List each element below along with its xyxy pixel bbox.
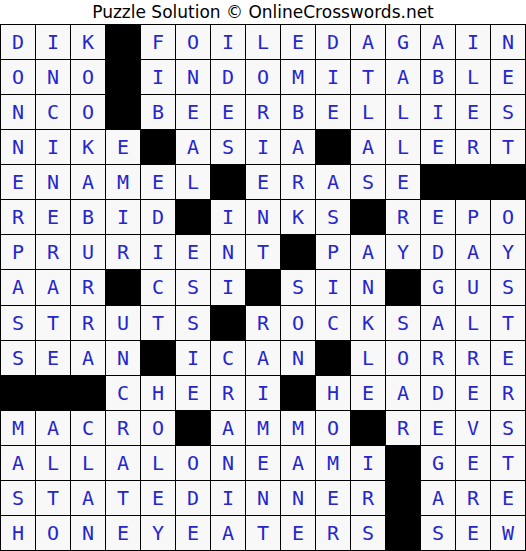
letter-cell-r8c6: S	[176, 270, 210, 304]
letter-cell-r13c2: L	[36, 446, 70, 480]
letter-cell-r5c2: N	[36, 165, 70, 199]
letter-cell-r4c3: K	[71, 130, 105, 164]
letter-cell-r12c3: C	[71, 411, 105, 445]
crossword-grid: DIKFOILEDAGAINONOINDOMITABLENCOBEERBELLI…	[0, 24, 526, 551]
letter-cell-r3c5: B	[141, 95, 175, 129]
letter-cell-r15c9: E	[281, 516, 315, 550]
black-cell-r11c3	[71, 376, 105, 410]
letter-cell-r1c2: I	[36, 25, 70, 59]
letter-cell-r7c15: Y	[491, 235, 525, 269]
letter-cell-r10c7: C	[211, 341, 245, 375]
black-cell-r7c9	[281, 235, 315, 269]
letter-cell-r4c13: E	[421, 130, 455, 164]
letter-cell-r1c5: F	[141, 25, 175, 59]
letter-cell-r5c3: A	[71, 165, 105, 199]
letter-cell-r8c5: C	[141, 270, 175, 304]
letter-cell-r15c8: T	[246, 516, 280, 550]
letter-cell-r13c6: O	[176, 446, 210, 480]
letter-cell-r7c8: T	[246, 235, 280, 269]
puzzle-solution-page: Puzzle Solution © OnlineCrosswords.net D…	[0, 0, 526, 551]
letter-cell-r13c11: I	[351, 446, 385, 480]
letter-cell-r9c15: T	[491, 306, 525, 340]
letter-cell-r3c15: S	[491, 95, 525, 129]
black-cell-r10c10	[316, 341, 350, 375]
letter-cell-r6c12: R	[386, 200, 420, 234]
letter-cell-r14c5: E	[141, 481, 175, 515]
letter-cell-r7c11: A	[351, 235, 385, 269]
letter-cell-r4c11: A	[351, 130, 385, 164]
letter-cell-r15c13: S	[421, 516, 455, 550]
letter-cell-r8c14: U	[456, 270, 490, 304]
letter-cell-r9c12: S	[386, 306, 420, 340]
letter-cell-r14c10: E	[316, 481, 350, 515]
letter-cell-r12c15: S	[491, 411, 525, 445]
letter-cell-r4c1: N	[1, 130, 35, 164]
letter-cell-r13c10: M	[316, 446, 350, 480]
letter-cell-r8c10: I	[316, 270, 350, 304]
letter-cell-r12c13: E	[421, 411, 455, 445]
letter-cell-r11c5: H	[141, 376, 175, 410]
letter-cell-r7c5: I	[141, 235, 175, 269]
letter-cell-r2c7: D	[211, 60, 245, 94]
letter-cell-r13c9: A	[281, 446, 315, 480]
letter-cell-r12c1: M	[1, 411, 35, 445]
letter-cell-r11c8: I	[246, 376, 280, 410]
letter-cell-r7c2: R	[36, 235, 70, 269]
letter-cell-r2c2: N	[36, 60, 70, 94]
letter-cell-r10c3: A	[71, 341, 105, 375]
letter-cell-r3c14: E	[456, 95, 490, 129]
letter-cell-r10c12: O	[386, 341, 420, 375]
letter-cell-r5c11: S	[351, 165, 385, 199]
letter-cell-r4c4: E	[106, 130, 140, 164]
letter-cell-r5c8: E	[246, 165, 280, 199]
letter-cell-r1c6: O	[176, 25, 210, 59]
letter-cell-r4c8: I	[246, 130, 280, 164]
letter-cell-r10c8: A	[246, 341, 280, 375]
letter-cell-r1c14: I	[456, 25, 490, 59]
letter-cell-r6c1: R	[1, 200, 35, 234]
black-cell-r15c12	[386, 516, 420, 550]
letter-cell-r6c4: I	[106, 200, 140, 234]
letter-cell-r7c7: N	[211, 235, 245, 269]
letter-cell-r9c8: R	[246, 306, 280, 340]
letter-cell-r11c10: H	[316, 376, 350, 410]
letter-cell-r6c3: B	[71, 200, 105, 234]
letter-cell-r14c9: N	[281, 481, 315, 515]
letter-cell-r1c8: L	[246, 25, 280, 59]
black-cell-r4c10	[316, 130, 350, 164]
letter-cell-r12c4: R	[106, 411, 140, 445]
letter-cell-r4c14: R	[456, 130, 490, 164]
letter-cell-r9c14: L	[456, 306, 490, 340]
black-cell-r11c2	[36, 376, 70, 410]
letter-cell-r6c2: E	[36, 200, 70, 234]
letter-cell-r2c10: I	[316, 60, 350, 94]
letter-cell-r7c14: A	[456, 235, 490, 269]
letter-cell-r15c10: R	[316, 516, 350, 550]
letter-cell-r6c13: E	[421, 200, 455, 234]
letter-cell-r12c8: M	[246, 411, 280, 445]
letter-cell-r3c8: R	[246, 95, 280, 129]
letter-cell-r10c1: S	[1, 341, 35, 375]
black-cell-r8c4	[106, 270, 140, 304]
letter-cell-r7c10: P	[316, 235, 350, 269]
letter-cell-r7c12: Y	[386, 235, 420, 269]
black-cell-r14c12	[386, 481, 420, 515]
letter-cell-r12c5: O	[141, 411, 175, 445]
black-cell-r12c11	[351, 411, 385, 445]
letter-cell-r6c5: D	[141, 200, 175, 234]
letter-cell-r8c2: A	[36, 270, 70, 304]
letter-cell-r13c15: T	[491, 446, 525, 480]
letter-cell-r12c14: V	[456, 411, 490, 445]
letter-cell-r14c6: D	[176, 481, 210, 515]
letter-cell-r14c14: R	[456, 481, 490, 515]
letter-cell-r15c14: E	[456, 516, 490, 550]
letter-cell-r1c9: E	[281, 25, 315, 59]
letter-cell-r7c1: P	[1, 235, 35, 269]
letter-cell-r15c3: N	[71, 516, 105, 550]
letter-cell-r12c9: M	[281, 411, 315, 445]
black-cell-r5c13	[421, 165, 455, 199]
letter-cell-r2c8: O	[246, 60, 280, 94]
letter-cell-r3c7: E	[211, 95, 245, 129]
letter-cell-r10c11: L	[351, 341, 385, 375]
letter-cell-r15c4: E	[106, 516, 140, 550]
letter-cell-r1c15: N	[491, 25, 525, 59]
letter-cell-r5c12: E	[386, 165, 420, 199]
black-cell-r12c6	[176, 411, 210, 445]
letter-cell-r9c9: O	[281, 306, 315, 340]
black-cell-r5c7	[211, 165, 245, 199]
letter-cell-r7c3: U	[71, 235, 105, 269]
letter-cell-r2c6: N	[176, 60, 210, 94]
letter-cell-r10c13: R	[421, 341, 455, 375]
letter-cell-r11c15: R	[491, 376, 525, 410]
letter-cell-r15c5: Y	[141, 516, 175, 550]
letter-cell-r13c3: L	[71, 446, 105, 480]
letter-cell-r9c4: U	[106, 306, 140, 340]
letter-cell-r9c13: A	[421, 306, 455, 340]
black-cell-r8c8	[246, 270, 280, 304]
letter-cell-r1c10: D	[316, 25, 350, 59]
black-cell-r6c6	[176, 200, 210, 234]
letter-cell-r6c14: P	[456, 200, 490, 234]
letter-cell-r4c12: L	[386, 130, 420, 164]
letter-cell-r6c15: O	[491, 200, 525, 234]
black-cell-r5c15	[491, 165, 525, 199]
black-cell-r11c9	[281, 376, 315, 410]
black-cell-r8c12	[386, 270, 420, 304]
letter-cell-r13c8: E	[246, 446, 280, 480]
black-cell-r4c5	[141, 130, 175, 164]
letter-cell-r15c7: A	[211, 516, 245, 550]
letter-cell-r10c2: E	[36, 341, 70, 375]
letter-cell-r5c10: A	[316, 165, 350, 199]
letter-cell-r12c10: O	[316, 411, 350, 445]
letter-cell-r9c11: K	[351, 306, 385, 340]
letter-cell-r8c7: I	[211, 270, 245, 304]
letter-cell-r12c2: A	[36, 411, 70, 445]
letter-cell-r6c10: S	[316, 200, 350, 234]
letter-cell-r2c11: T	[351, 60, 385, 94]
letter-cell-r4c9: A	[281, 130, 315, 164]
letter-cell-r14c2: T	[36, 481, 70, 515]
black-cell-r5c14	[456, 165, 490, 199]
letter-cell-r10c14: R	[456, 341, 490, 375]
letter-cell-r9c6: S	[176, 306, 210, 340]
letter-cell-r9c1: S	[1, 306, 35, 340]
letter-cell-r14c1: S	[1, 481, 35, 515]
black-cell-r13c12	[386, 446, 420, 480]
letter-cell-r3c6: E	[176, 95, 210, 129]
black-cell-r9c7	[211, 306, 245, 340]
letter-cell-r1c7: I	[211, 25, 245, 59]
letter-cell-r2c5: I	[141, 60, 175, 94]
letter-cell-r10c9: N	[281, 341, 315, 375]
letter-cell-r9c2: T	[36, 306, 70, 340]
letter-cell-r15c15: W	[491, 516, 525, 550]
letter-cell-r1c13: A	[421, 25, 455, 59]
letter-cell-r3c13: I	[421, 95, 455, 129]
letter-cell-r14c4: T	[106, 481, 140, 515]
letter-cell-r7c6: E	[176, 235, 210, 269]
letter-cell-r7c4: R	[106, 235, 140, 269]
letter-cell-r11c7: R	[211, 376, 245, 410]
letter-cell-r6c7: I	[211, 200, 245, 234]
letter-cell-r9c5: T	[141, 306, 175, 340]
letter-cell-r5c6: L	[176, 165, 210, 199]
letter-cell-r6c9: K	[281, 200, 315, 234]
letter-cell-r3c11: L	[351, 95, 385, 129]
letter-cell-r1c12: G	[386, 25, 420, 59]
letter-cell-r1c1: D	[1, 25, 35, 59]
letter-cell-r13c4: A	[106, 446, 140, 480]
letter-cell-r3c9: B	[281, 95, 315, 129]
letter-cell-r14c8: N	[246, 481, 280, 515]
letter-cell-r9c10: C	[316, 306, 350, 340]
letter-cell-r7c13: D	[421, 235, 455, 269]
letter-cell-r3c2: C	[36, 95, 70, 129]
letter-cell-r13c1: A	[1, 446, 35, 480]
letter-cell-r1c11: A	[351, 25, 385, 59]
black-cell-r1c4	[106, 25, 140, 59]
letter-cell-r3c3: O	[71, 95, 105, 129]
black-cell-r10c5	[141, 341, 175, 375]
letter-cell-r14c11: R	[351, 481, 385, 515]
letter-cell-r2c1: O	[1, 60, 35, 94]
letter-cell-r11c12: A	[386, 376, 420, 410]
letter-cell-r2c9: M	[281, 60, 315, 94]
letter-cell-r2c3: O	[71, 60, 105, 94]
letter-cell-r14c3: A	[71, 481, 105, 515]
letter-cell-r8c15: S	[491, 270, 525, 304]
letter-cell-r12c12: R	[386, 411, 420, 445]
letter-cell-r13c5: L	[141, 446, 175, 480]
letter-cell-r2c12: A	[386, 60, 420, 94]
letter-cell-r4c6: A	[176, 130, 210, 164]
letter-cell-r4c15: T	[491, 130, 525, 164]
letter-cell-r2c15: E	[491, 60, 525, 94]
letter-cell-r11c4: C	[106, 376, 140, 410]
letter-cell-r8c11: N	[351, 270, 385, 304]
letter-cell-r14c13: A	[421, 481, 455, 515]
letter-cell-r8c13: G	[421, 270, 455, 304]
letter-cell-r13c14: E	[456, 446, 490, 480]
letter-cell-r13c7: N	[211, 446, 245, 480]
letter-cell-r11c14: E	[456, 376, 490, 410]
letter-cell-r10c4: N	[106, 341, 140, 375]
letter-cell-r15c11: S	[351, 516, 385, 550]
letter-cell-r10c6: I	[176, 341, 210, 375]
puzzle-title: Puzzle Solution © OnlineCrosswords.net	[0, 0, 526, 24]
letter-cell-r8c1: A	[1, 270, 35, 304]
letter-cell-r6c8: N	[246, 200, 280, 234]
letter-cell-r12c7: A	[211, 411, 245, 445]
letter-cell-r2c14: L	[456, 60, 490, 94]
letter-cell-r14c15: E	[491, 481, 525, 515]
letter-cell-r3c10: E	[316, 95, 350, 129]
letter-cell-r13c13: G	[421, 446, 455, 480]
black-cell-r11c1	[1, 376, 35, 410]
letter-cell-r8c3: R	[71, 270, 105, 304]
black-cell-r6c11	[351, 200, 385, 234]
letter-cell-r3c1: N	[1, 95, 35, 129]
letter-cell-r11c11: E	[351, 376, 385, 410]
letter-cell-r2c13: B	[421, 60, 455, 94]
letter-cell-r14c7: I	[211, 481, 245, 515]
letter-cell-r3c12: L	[386, 95, 420, 129]
black-cell-r2c4	[106, 60, 140, 94]
letter-cell-r5c9: R	[281, 165, 315, 199]
letter-cell-r10c15: E	[491, 341, 525, 375]
letter-cell-r4c2: I	[36, 130, 70, 164]
letter-cell-r1c3: K	[71, 25, 105, 59]
letter-cell-r11c6: E	[176, 376, 210, 410]
letter-cell-r15c1: H	[1, 516, 35, 550]
letter-cell-r11c13: D	[421, 376, 455, 410]
letter-cell-r5c1: E	[1, 165, 35, 199]
letter-cell-r15c2: O	[36, 516, 70, 550]
letter-cell-r4c7: S	[211, 130, 245, 164]
letter-cell-r9c3: R	[71, 306, 105, 340]
black-cell-r3c4	[106, 95, 140, 129]
letter-cell-r15c6: E	[176, 516, 210, 550]
letter-cell-r5c4: M	[106, 165, 140, 199]
letter-cell-r8c9: S	[281, 270, 315, 304]
letter-cell-r5c5: E	[141, 165, 175, 199]
